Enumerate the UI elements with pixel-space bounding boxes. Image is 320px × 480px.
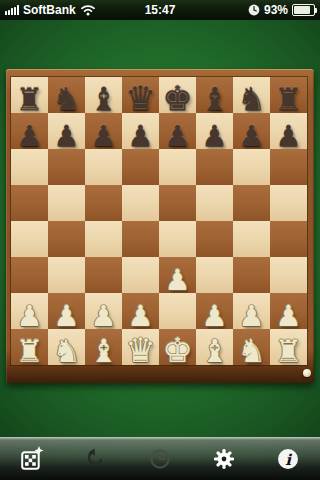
square-h1[interactable]: ♜ <box>270 329 307 365</box>
piece-white-pawn[interactable]: ♟ <box>48 302 85 331</box>
square-f3[interactable] <box>196 257 233 293</box>
square-f2[interactable]: ♟ <box>196 293 233 329</box>
square-c2[interactable]: ♟ <box>85 293 122 329</box>
wifi-icon <box>80 4 96 16</box>
square-c7[interactable]: ♟ <box>85 113 122 149</box>
square-e5[interactable] <box>159 185 196 221</box>
square-b2[interactable]: ♟ <box>48 293 85 329</box>
square-e7[interactable]: ♟ <box>159 113 196 149</box>
square-b3[interactable] <box>48 257 85 293</box>
board-grid: ♜♞♝♛♚♝♞♜♟♟♟♟♟♟♟♟♟♟♟♟♟♟♟♟♜♞♝♛♚♝♞♜ <box>11 77 307 365</box>
square-g4[interactable] <box>233 221 270 257</box>
piece-black-pawn[interactable]: ♟ <box>48 122 85 151</box>
square-h8[interactable]: ♜ <box>270 77 307 113</box>
square-d1[interactable]: ♛ <box>122 329 159 365</box>
square-h4[interactable] <box>270 221 307 257</box>
piece-white-rook[interactable]: ♜ <box>11 336 48 367</box>
square-g8[interactable]: ♞ <box>233 77 270 113</box>
info-icon: i <box>276 447 300 471</box>
info-button[interactable]: i <box>268 439 308 479</box>
square-g2[interactable]: ♟ <box>233 293 270 329</box>
square-a4[interactable] <box>11 221 48 257</box>
piece-white-pawn[interactable]: ♟ <box>196 302 233 331</box>
piece-black-king[interactable]: ♚ <box>159 81 196 115</box>
piece-black-knight[interactable]: ♞ <box>233 83 270 115</box>
undo-arrow-icon <box>84 447 108 471</box>
screen: SoftBank 15:47 93% ♜♞♝♛♚♝♞♜♟♟♟♟♟♟♟♟♟♟♟♟♟… <box>0 0 320 480</box>
clock-icon <box>148 447 172 471</box>
square-f1[interactable]: ♝ <box>196 329 233 365</box>
square-b7[interactable]: ♟ <box>48 113 85 149</box>
square-a7[interactable]: ♟ <box>11 113 48 149</box>
square-c6[interactable] <box>85 149 122 185</box>
piece-black-pawn[interactable]: ♟ <box>159 122 196 151</box>
settings-button[interactable] <box>204 439 244 479</box>
piece-black-pawn[interactable]: ♟ <box>122 122 159 151</box>
piece-black-rook[interactable]: ♜ <box>11 84 48 115</box>
chess-board: ♜♞♝♛♚♝♞♜♟♟♟♟♟♟♟♟♟♟♟♟♟♟♟♟♜♞♝♛♚♝♞♜ <box>6 69 314 383</box>
history-button[interactable] <box>140 439 180 479</box>
piece-white-king[interactable]: ♚ <box>159 333 196 367</box>
square-b5[interactable] <box>48 185 85 221</box>
piece-white-pawn[interactable]: ♟ <box>11 302 48 331</box>
alarm-clock-icon <box>248 4 260 16</box>
square-f5[interactable] <box>196 185 233 221</box>
piece-black-queen[interactable]: ♛ <box>122 81 159 115</box>
board-corner-knob <box>303 369 311 377</box>
piece-white-bishop[interactable]: ♝ <box>85 335 122 367</box>
signal-strength-icon <box>5 4 19 16</box>
bottom-toolbar: i <box>0 437 320 480</box>
square-d6[interactable] <box>122 149 159 185</box>
square-c5[interactable] <box>85 185 122 221</box>
square-h3[interactable] <box>270 257 307 293</box>
piece-black-pawn[interactable]: ♟ <box>11 122 48 151</box>
square-c1[interactable]: ♝ <box>85 329 122 365</box>
gear-icon <box>212 447 236 471</box>
square-e3[interactable]: ♟ <box>159 257 196 293</box>
square-e2[interactable] <box>159 293 196 329</box>
battery-icon <box>292 4 315 16</box>
piece-white-pawn[interactable]: ♟ <box>85 302 122 331</box>
piece-black-pawn[interactable]: ♟ <box>196 122 233 151</box>
square-h6[interactable] <box>270 149 307 185</box>
piece-white-knight[interactable]: ♞ <box>233 335 270 367</box>
piece-white-queen[interactable]: ♛ <box>122 333 159 367</box>
piece-white-rook[interactable]: ♜ <box>270 336 307 367</box>
piece-black-pawn[interactable]: ♟ <box>233 122 270 151</box>
square-d8[interactable]: ♛ <box>122 77 159 113</box>
square-h5[interactable] <box>270 185 307 221</box>
piece-white-pawn[interactable]: ♟ <box>159 266 196 295</box>
carrier-label: SoftBank <box>23 3 76 17</box>
new-game-board-sparkle-icon <box>19 446 45 472</box>
square-f4[interactable] <box>196 221 233 257</box>
square-e8[interactable]: ♚ <box>159 77 196 113</box>
square-g1[interactable]: ♞ <box>233 329 270 365</box>
battery-percent: 93% <box>264 3 288 17</box>
square-h2[interactable]: ♟ <box>270 293 307 329</box>
square-a1[interactable]: ♜ <box>11 329 48 365</box>
square-b8[interactable]: ♞ <box>48 77 85 113</box>
piece-black-rook[interactable]: ♜ <box>270 84 307 115</box>
piece-black-knight[interactable]: ♞ <box>48 83 85 115</box>
undo-button[interactable] <box>76 439 116 479</box>
square-c3[interactable] <box>85 257 122 293</box>
piece-white-pawn[interactable]: ♟ <box>270 302 307 331</box>
square-f6[interactable] <box>196 149 233 185</box>
piece-black-pawn[interactable]: ♟ <box>270 122 307 151</box>
square-a5[interactable] <box>11 185 48 221</box>
square-g3[interactable] <box>233 257 270 293</box>
square-a8[interactable]: ♜ <box>11 77 48 113</box>
square-d5[interactable] <box>122 185 159 221</box>
piece-black-bishop[interactable]: ♝ <box>85 83 122 115</box>
square-e1[interactable]: ♚ <box>159 329 196 365</box>
square-d4[interactable] <box>122 221 159 257</box>
square-a3[interactable] <box>11 257 48 293</box>
piece-white-knight[interactable]: ♞ <box>48 335 85 367</box>
square-a6[interactable] <box>11 149 48 185</box>
square-d2[interactable]: ♟ <box>122 293 159 329</box>
square-f7[interactable]: ♟ <box>196 113 233 149</box>
square-f8[interactable]: ♝ <box>196 77 233 113</box>
square-a2[interactable]: ♟ <box>11 293 48 329</box>
square-g6[interactable] <box>233 149 270 185</box>
square-h7[interactable]: ♟ <box>270 113 307 149</box>
square-d3[interactable] <box>122 257 159 293</box>
status-bar: SoftBank 15:47 93% <box>0 0 320 20</box>
piece-white-pawn[interactable]: ♟ <box>122 302 159 331</box>
square-e6[interactable] <box>159 149 196 185</box>
piece-black-bishop[interactable]: ♝ <box>196 83 233 115</box>
square-b1[interactable]: ♞ <box>48 329 85 365</box>
square-c8[interactable]: ♝ <box>85 77 122 113</box>
square-g7[interactable]: ♟ <box>233 113 270 149</box>
piece-white-bishop[interactable]: ♝ <box>196 335 233 367</box>
square-d7[interactable]: ♟ <box>122 113 159 149</box>
square-c4[interactable] <box>85 221 122 257</box>
new-game-button[interactable] <box>12 439 52 479</box>
square-b4[interactable] <box>48 221 85 257</box>
square-b6[interactable] <box>48 149 85 185</box>
piece-black-pawn[interactable]: ♟ <box>85 122 122 151</box>
piece-white-pawn[interactable]: ♟ <box>233 302 270 331</box>
square-e4[interactable] <box>159 221 196 257</box>
square-g5[interactable] <box>233 185 270 221</box>
